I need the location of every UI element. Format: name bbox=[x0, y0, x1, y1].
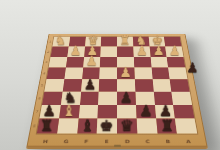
square-c4[interactable] bbox=[134, 68, 152, 80]
square-h4[interactable] bbox=[47, 68, 66, 80]
square-a7[interactable] bbox=[173, 105, 194, 119]
square-c5[interactable] bbox=[135, 79, 154, 91]
square-g7[interactable]: ♝ bbox=[59, 105, 80, 119]
square-e1[interactable] bbox=[101, 37, 117, 47]
square-f5[interactable]: ♟ bbox=[81, 79, 100, 91]
square-b8[interactable]: ♜ bbox=[156, 119, 177, 134]
square-h1[interactable]: ♞ bbox=[52, 37, 69, 47]
file-label-g: G bbox=[55, 138, 76, 144]
square-g8[interactable] bbox=[57, 119, 78, 134]
square-c2[interactable]: ♟ bbox=[133, 46, 150, 56]
square-b5[interactable] bbox=[152, 79, 171, 91]
square-b4[interactable] bbox=[151, 68, 170, 80]
piece-black-queen[interactable]: ♛ bbox=[120, 118, 134, 133]
file-label-c: C bbox=[137, 138, 158, 144]
square-f8[interactable]: ♝ bbox=[77, 119, 98, 134]
file-label-f: F bbox=[76, 138, 97, 144]
square-d1[interactable]: ♜ bbox=[117, 37, 133, 47]
piece-black-pawn[interactable]: ♟ bbox=[120, 91, 133, 105]
square-h8[interactable]: ♜ bbox=[37, 119, 59, 134]
captured-piece-tray: ♟ bbox=[185, 65, 199, 74]
square-d8[interactable]: ♛ bbox=[117, 119, 137, 134]
piece-white-rook[interactable]: ♜ bbox=[119, 34, 130, 46]
square-a6[interactable] bbox=[172, 92, 193, 105]
square-f3[interactable]: ♟ bbox=[83, 57, 101, 68]
square-c8[interactable] bbox=[136, 119, 157, 134]
square-a3[interactable] bbox=[167, 57, 186, 68]
square-a8[interactable] bbox=[175, 119, 197, 134]
piece-black-rook[interactable]: ♜ bbox=[40, 118, 54, 133]
captured-black-pawn[interactable]: ♟ bbox=[186, 62, 198, 75]
square-d6[interactable]: ♟ bbox=[117, 92, 136, 105]
square-a2[interactable]: ♟ bbox=[165, 46, 183, 56]
board-hinge bbox=[114, 145, 121, 147]
square-e8[interactable]: ♚ bbox=[97, 119, 117, 134]
square-h5[interactable] bbox=[44, 79, 64, 91]
file-label-a: A bbox=[178, 138, 199, 144]
square-b3[interactable] bbox=[150, 57, 168, 68]
piece-white-pawn[interactable]: ♟ bbox=[86, 55, 98, 68]
square-h3[interactable] bbox=[49, 57, 68, 68]
square-b2[interactable]: ♟ bbox=[149, 46, 167, 56]
square-g2[interactable]: ♟ bbox=[67, 46, 85, 56]
square-e6[interactable] bbox=[98, 92, 117, 105]
square-e5[interactable] bbox=[99, 79, 117, 91]
piece-black-king[interactable]: ♚ bbox=[100, 118, 114, 133]
square-f6[interactable] bbox=[79, 92, 98, 105]
square-g4[interactable] bbox=[64, 68, 83, 80]
square-c7[interactable]: ♟ bbox=[136, 105, 156, 119]
file-label-h: H bbox=[35, 138, 56, 144]
square-a5[interactable] bbox=[170, 79, 190, 91]
piece-black-bishop[interactable]: ♝ bbox=[80, 118, 94, 133]
piece-white-pawn[interactable]: ♟ bbox=[70, 44, 81, 57]
piece-black-pawn[interactable]: ♟ bbox=[139, 104, 152, 119]
board-squares: ♞♛♜♞♚♟♟♟♟♟♟♟♟♞♟♟♝♟♟♜♝♚♛♜ bbox=[37, 37, 197, 134]
square-c3[interactable] bbox=[134, 57, 152, 68]
piece-white-knight[interactable]: ♞ bbox=[55, 34, 66, 46]
piece-white-pawn[interactable]: ♟ bbox=[120, 66, 132, 80]
square-h2[interactable] bbox=[51, 46, 69, 56]
square-e4[interactable] bbox=[99, 68, 117, 80]
square-g3[interactable] bbox=[66, 57, 84, 68]
piece-white-pawn[interactable]: ♟ bbox=[153, 44, 164, 57]
square-d4[interactable]: ♟ bbox=[117, 68, 135, 80]
chess-photo-scene: ♞♛♜♞♚♟♟♟♟♟♟♟♟♞♟♟♝♟♟♜♝♚♛♜ HGFEDCBA 123456… bbox=[0, 0, 220, 150]
piece-black-rook[interactable]: ♜ bbox=[160, 118, 174, 133]
file-label-b: B bbox=[158, 138, 179, 144]
square-e2[interactable] bbox=[100, 46, 117, 56]
chess-board: ♞♛♜♞♚♟♟♟♟♟♟♟♟♞♟♟♝♟♟♜♝♚♛♜ HGFEDCBA 123456… bbox=[26, 34, 208, 149]
piece-white-pawn[interactable]: ♟ bbox=[136, 44, 147, 57]
piece-black-pawn[interactable]: ♟ bbox=[84, 78, 97, 92]
piece-white-bishop[interactable]: ♝ bbox=[62, 104, 75, 119]
square-e3[interactable] bbox=[100, 57, 117, 68]
square-d2[interactable] bbox=[117, 46, 134, 56]
piece-white-pawn[interactable]: ♟ bbox=[169, 44, 180, 57]
square-a4[interactable] bbox=[168, 68, 187, 80]
